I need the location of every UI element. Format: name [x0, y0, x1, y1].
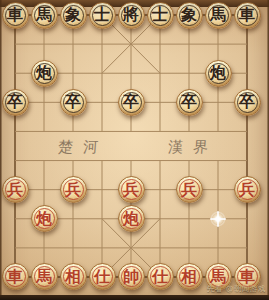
piece-glyph: 馬	[36, 268, 52, 284]
piece-glyph: 馬	[210, 7, 226, 23]
piece-glyph: 馬	[36, 7, 52, 23]
piece-red-soldier[interactable]: 兵	[118, 176, 145, 203]
piece-glyph: 帥	[123, 268, 139, 284]
piece-glyph: 兵	[239, 181, 255, 197]
piece-glyph: 馬	[210, 268, 226, 284]
piece-glyph: 兵	[65, 181, 81, 197]
piece-black-soldier[interactable]: 卒	[234, 89, 261, 116]
piece-black-cannon[interactable]: 炮	[31, 60, 58, 87]
river-label-left: 楚河	[57, 138, 108, 157]
piece-glyph: 將	[123, 7, 139, 23]
piece-glyph: 車	[239, 268, 255, 284]
piece-glyph: 炮	[36, 210, 52, 226]
piece-red-cannon[interactable]: 炮	[118, 205, 145, 232]
piece-black-chariot[interactable]: 車	[234, 2, 261, 29]
piece-red-advisor[interactable]: 仕	[89, 263, 116, 290]
piece-glyph: 士	[152, 7, 168, 23]
piece-glyph: 車	[7, 7, 23, 23]
piece-red-soldier[interactable]: 兵	[60, 176, 87, 203]
piece-black-cannon[interactable]: 炮	[205, 60, 232, 87]
river-label-right: 漢界	[167, 138, 218, 157]
piece-red-horse[interactable]: 馬	[31, 263, 58, 290]
piece-black-general[interactable]: 將	[118, 2, 145, 29]
piece-glyph: 相	[65, 268, 81, 284]
last-move-sparkle-marker	[209, 210, 227, 228]
piece-glyph: 仕	[152, 268, 168, 284]
piece-black-elephant[interactable]: 象	[176, 2, 203, 29]
piece-glyph: 兵	[181, 181, 197, 197]
piece-black-soldier[interactable]: 卒	[2, 89, 29, 116]
piece-glyph: 相	[181, 268, 197, 284]
piece-red-soldier[interactable]: 兵	[234, 176, 261, 203]
piece-glyph: 象	[181, 7, 197, 23]
piece-glyph: 炮	[123, 210, 139, 226]
piece-glyph: 卒	[239, 94, 255, 110]
piece-red-elephant[interactable]: 相	[176, 263, 203, 290]
piece-glyph: 象	[65, 7, 81, 23]
piece-glyph: 車	[7, 268, 23, 284]
piece-black-chariot[interactable]: 車	[2, 2, 29, 29]
piece-black-soldier[interactable]: 卒	[176, 89, 203, 116]
piece-red-advisor[interactable]: 仕	[147, 263, 174, 290]
piece-glyph: 士	[94, 7, 110, 23]
board-grid-lines	[0, 0, 269, 300]
piece-black-soldier[interactable]: 卒	[60, 89, 87, 116]
piece-black-soldier[interactable]: 卒	[118, 89, 145, 116]
watermark-text: 先看 @朝闻游戏	[207, 284, 266, 294]
piece-glyph: 卒	[181, 94, 197, 110]
piece-glyph: 卒	[7, 94, 23, 110]
xiangqi-board: 楚河 漢界 車馬象士將士象馬車炮炮卒卒卒卒卒兵兵兵兵兵炮炮車馬相仕帥仕相馬車 先…	[0, 0, 269, 300]
piece-glyph: 炮	[36, 65, 52, 81]
piece-glyph: 車	[239, 7, 255, 23]
piece-glyph: 炮	[210, 65, 226, 81]
board-frame-bottom	[0, 295, 269, 300]
piece-red-soldier[interactable]: 兵	[2, 176, 29, 203]
piece-glyph: 兵	[7, 181, 23, 197]
piece-red-elephant[interactable]: 相	[60, 263, 87, 290]
piece-red-cannon[interactable]: 炮	[31, 205, 58, 232]
piece-black-horse[interactable]: 馬	[205, 2, 232, 29]
piece-glyph: 卒	[123, 94, 139, 110]
piece-glyph: 卒	[65, 94, 81, 110]
piece-glyph: 兵	[123, 181, 139, 197]
piece-glyph: 仕	[94, 268, 110, 284]
piece-black-advisor[interactable]: 士	[147, 2, 174, 29]
piece-black-horse[interactable]: 馬	[31, 2, 58, 29]
piece-red-general[interactable]: 帥	[118, 263, 145, 290]
piece-red-chariot[interactable]: 車	[2, 263, 29, 290]
piece-black-elephant[interactable]: 象	[60, 2, 87, 29]
piece-black-advisor[interactable]: 士	[89, 2, 116, 29]
piece-red-soldier[interactable]: 兵	[176, 176, 203, 203]
